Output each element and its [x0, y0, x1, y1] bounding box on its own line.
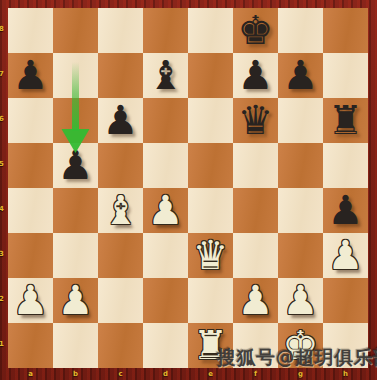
square-c3[interactable]	[98, 233, 143, 278]
rank-label-3: 3	[0, 250, 5, 258]
square-c5[interactable]	[98, 143, 143, 188]
square-b3[interactable]	[53, 233, 98, 278]
file-label-g: g	[278, 370, 323, 378]
file-label-f: f	[233, 370, 278, 378]
chess-board: ♚♟♝♟♟♟♛♜♟♝♟♟♛♟♟♟♟♟♜♚	[8, 8, 368, 368]
square-h8[interactable]	[323, 8, 368, 53]
square-d7[interactable]: ♝	[143, 53, 188, 98]
square-e4[interactable]	[188, 188, 233, 233]
square-e6[interactable]	[188, 98, 233, 143]
square-a6[interactable]	[8, 98, 53, 143]
square-a4[interactable]	[8, 188, 53, 233]
square-f3[interactable]	[233, 233, 278, 278]
square-f4[interactable]	[233, 188, 278, 233]
square-e8[interactable]	[188, 8, 233, 53]
piece-black-king: ♚	[238, 8, 274, 53]
square-d6[interactable]	[143, 98, 188, 143]
rank-label-4: 4	[0, 205, 5, 213]
file-label-b: b	[53, 370, 98, 378]
piece-white-pawn: ♟	[283, 278, 319, 323]
square-f7[interactable]: ♟	[233, 53, 278, 98]
square-e2[interactable]	[188, 278, 233, 323]
file-label-d: d	[143, 370, 188, 378]
rank-label-7: 7	[0, 70, 5, 78]
square-f5[interactable]	[233, 143, 278, 188]
piece-black-queen: ♛	[238, 98, 274, 143]
file-label-h: h	[323, 370, 368, 378]
square-h4[interactable]: ♟	[323, 188, 368, 233]
square-h6[interactable]: ♜	[323, 98, 368, 143]
square-g8[interactable]	[278, 8, 323, 53]
square-a8[interactable]	[8, 8, 53, 53]
piece-black-rook: ♜	[328, 98, 364, 143]
square-d5[interactable]	[143, 143, 188, 188]
square-f2[interactable]: ♟	[233, 278, 278, 323]
square-g2[interactable]: ♟	[278, 278, 323, 323]
piece-black-pawn: ♟	[103, 98, 139, 143]
piece-black-pawn: ♟	[283, 53, 319, 98]
square-b2[interactable]: ♟	[53, 278, 98, 323]
square-h5[interactable]	[323, 143, 368, 188]
square-g6[interactable]	[278, 98, 323, 143]
square-c1[interactable]	[98, 323, 143, 368]
square-f6[interactable]: ♛	[233, 98, 278, 143]
square-a7[interactable]: ♟	[8, 53, 53, 98]
piece-black-bishop: ♝	[148, 53, 184, 98]
square-h3[interactable]: ♟	[323, 233, 368, 278]
square-a1[interactable]	[8, 323, 53, 368]
rank-label-6: 6	[0, 115, 5, 123]
watermark-text: 搜狐号@超玥俱乐部	[217, 345, 377, 371]
piece-white-bishop: ♝	[103, 188, 139, 233]
square-d8[interactable]	[143, 8, 188, 53]
square-e5[interactable]	[188, 143, 233, 188]
file-label-c: c	[98, 370, 143, 378]
square-h7[interactable]	[323, 53, 368, 98]
square-g4[interactable]	[278, 188, 323, 233]
piece-white-pawn: ♟	[13, 278, 49, 323]
square-d4[interactable]: ♟	[143, 188, 188, 233]
square-g5[interactable]	[278, 143, 323, 188]
square-g3[interactable]	[278, 233, 323, 278]
file-label-e: e	[188, 370, 233, 378]
square-d3[interactable]	[143, 233, 188, 278]
piece-white-queen: ♛	[193, 233, 229, 278]
rank-label-1: 1	[0, 340, 5, 348]
square-a3[interactable]	[8, 233, 53, 278]
piece-black-pawn: ♟	[238, 53, 274, 98]
square-b5[interactable]: ♟	[53, 143, 98, 188]
square-b1[interactable]	[53, 323, 98, 368]
square-b7[interactable]	[53, 53, 98, 98]
square-c4[interactable]: ♝	[98, 188, 143, 233]
square-c2[interactable]	[98, 278, 143, 323]
square-g7[interactable]: ♟	[278, 53, 323, 98]
square-a5[interactable]	[8, 143, 53, 188]
square-h2[interactable]	[323, 278, 368, 323]
square-e3[interactable]: ♛	[188, 233, 233, 278]
square-f8[interactable]: ♚	[233, 8, 278, 53]
rank-label-2: 2	[0, 295, 5, 303]
file-label-a: a	[8, 370, 53, 378]
square-d1[interactable]	[143, 323, 188, 368]
piece-black-pawn: ♟	[13, 53, 49, 98]
square-c7[interactable]	[98, 53, 143, 98]
square-b4[interactable]	[53, 188, 98, 233]
square-d2[interactable]	[143, 278, 188, 323]
piece-black-pawn: ♟	[58, 143, 94, 188]
square-c8[interactable]	[98, 8, 143, 53]
piece-black-pawn: ♟	[328, 188, 364, 233]
square-e7[interactable]	[188, 53, 233, 98]
rank-label-8: 8	[0, 25, 5, 33]
square-b8[interactable]	[53, 8, 98, 53]
rank-label-5: 5	[0, 160, 5, 168]
piece-white-pawn: ♟	[328, 233, 364, 278]
square-b6[interactable]	[53, 98, 98, 143]
piece-white-pawn: ♟	[148, 188, 184, 233]
square-c6[interactable]: ♟	[98, 98, 143, 143]
piece-white-pawn: ♟	[238, 278, 274, 323]
square-a2[interactable]: ♟	[8, 278, 53, 323]
piece-white-pawn: ♟	[58, 278, 94, 323]
chess-diagram: ♚♟♝♟♟♟♛♜♟♝♟♟♛♟♟♟♟♟♜♚ abcdefgh87654321 搜狐…	[0, 0, 377, 380]
